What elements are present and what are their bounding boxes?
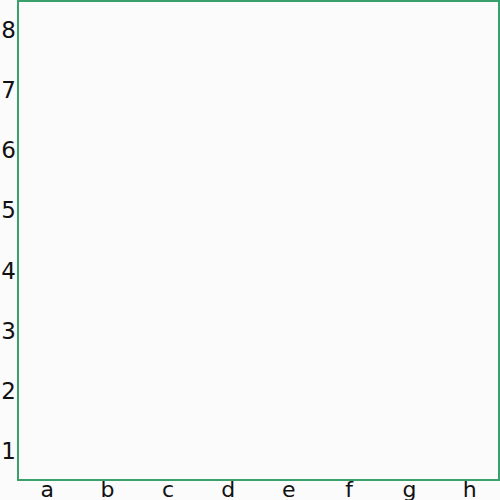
rank-label-5: 5	[0, 180, 17, 240]
rank-label-2: 2	[0, 361, 17, 421]
rank-label-8: 8	[0, 0, 17, 60]
file-label-g: g	[379, 479, 439, 500]
rank-label-6: 6	[0, 120, 17, 180]
file-labels: a b c d e f g h	[17, 479, 500, 500]
rank-label-7: 7	[0, 60, 17, 120]
rank-label-1: 1	[0, 421, 17, 481]
rank-label-4: 4	[0, 241, 17, 301]
rank-label-3: 3	[0, 301, 17, 361]
file-label-b: b	[77, 479, 137, 500]
file-label-e: e	[259, 479, 319, 500]
file-label-h: h	[440, 479, 500, 500]
rank-labels: 8 7 6 5 4 3 2 1	[0, 0, 17, 481]
file-label-d: d	[198, 479, 258, 500]
file-label-a: a	[17, 479, 77, 500]
file-label-f: f	[319, 479, 379, 500]
file-label-c: c	[138, 479, 198, 500]
chess-board	[17, 0, 500, 481]
chess-diagram: 8 7 6 5 4 3 2 1 a b c d e f g h	[0, 0, 500, 500]
